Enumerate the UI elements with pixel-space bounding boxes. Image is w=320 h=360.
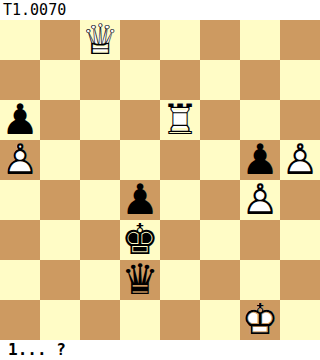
chess-puzzle-page: T1.0070 ♛♕♟♜♖♟♙♟♟♙♟♟♙♚♛♚♔ 1... ? bbox=[0, 0, 320, 360]
square-g7[interactable] bbox=[240, 60, 280, 100]
white-pawn-outline: ♙ bbox=[280, 140, 320, 180]
white-pawn-outline: ♙ bbox=[240, 180, 280, 220]
square-g8[interactable] bbox=[240, 20, 280, 60]
square-f2[interactable] bbox=[200, 260, 240, 300]
square-c7[interactable] bbox=[80, 60, 120, 100]
square-b1[interactable] bbox=[40, 300, 80, 340]
white-rook[interactable]: ♜♖ bbox=[160, 100, 200, 140]
square-g5[interactable]: ♟ bbox=[240, 140, 280, 180]
square-d1[interactable] bbox=[120, 300, 160, 340]
puzzle-id: T1.0070 bbox=[0, 0, 320, 20]
square-c5[interactable] bbox=[80, 140, 120, 180]
square-a6[interactable]: ♟ bbox=[0, 100, 40, 140]
square-h5[interactable]: ♟♙ bbox=[280, 140, 320, 180]
square-a1[interactable] bbox=[0, 300, 40, 340]
square-b4[interactable] bbox=[40, 180, 80, 220]
square-e3[interactable] bbox=[160, 220, 200, 260]
white-pawn[interactable]: ♟♙ bbox=[240, 180, 280, 220]
square-b6[interactable] bbox=[40, 100, 80, 140]
square-a4[interactable] bbox=[0, 180, 40, 220]
white-king[interactable]: ♚♔ bbox=[240, 300, 280, 340]
square-c3[interactable] bbox=[80, 220, 120, 260]
square-c4[interactable] bbox=[80, 180, 120, 220]
square-g3[interactable] bbox=[240, 220, 280, 260]
square-e4[interactable] bbox=[160, 180, 200, 220]
square-a3[interactable] bbox=[0, 220, 40, 260]
square-b5[interactable] bbox=[40, 140, 80, 180]
square-f5[interactable] bbox=[200, 140, 240, 180]
square-f7[interactable] bbox=[200, 60, 240, 100]
black-pawn[interactable]: ♟ bbox=[120, 180, 160, 220]
square-d7[interactable] bbox=[120, 60, 160, 100]
square-e1[interactable] bbox=[160, 300, 200, 340]
square-h4[interactable] bbox=[280, 180, 320, 220]
square-g2[interactable] bbox=[240, 260, 280, 300]
square-a7[interactable] bbox=[0, 60, 40, 100]
square-b3[interactable] bbox=[40, 220, 80, 260]
black-queen[interactable]: ♛ bbox=[120, 260, 160, 300]
white-pawn-outline: ♙ bbox=[0, 140, 40, 180]
white-queen[interactable]: ♛♕ bbox=[80, 20, 120, 60]
white-king-outline: ♔ bbox=[240, 300, 280, 340]
square-f4[interactable] bbox=[200, 180, 240, 220]
square-g4[interactable]: ♟♙ bbox=[240, 180, 280, 220]
white-queen-outline: ♕ bbox=[80, 20, 120, 60]
chess-board: ♛♕♟♜♖♟♙♟♟♙♟♟♙♚♛♚♔ bbox=[0, 20, 320, 340]
white-pawn[interactable]: ♟♙ bbox=[0, 140, 40, 180]
square-h2[interactable] bbox=[280, 260, 320, 300]
square-c2[interactable] bbox=[80, 260, 120, 300]
square-b2[interactable] bbox=[40, 260, 80, 300]
square-f1[interactable] bbox=[200, 300, 240, 340]
square-f3[interactable] bbox=[200, 220, 240, 260]
square-a5[interactable]: ♟♙ bbox=[0, 140, 40, 180]
square-h6[interactable] bbox=[280, 100, 320, 140]
square-f8[interactable] bbox=[200, 20, 240, 60]
white-pawn[interactable]: ♟♙ bbox=[280, 140, 320, 180]
square-e8[interactable] bbox=[160, 20, 200, 60]
square-d4[interactable]: ♟ bbox=[120, 180, 160, 220]
square-c8[interactable]: ♛♕ bbox=[80, 20, 120, 60]
square-h1[interactable] bbox=[280, 300, 320, 340]
black-pawn[interactable]: ♟ bbox=[240, 140, 280, 180]
square-b8[interactable] bbox=[40, 20, 80, 60]
square-h3[interactable] bbox=[280, 220, 320, 260]
square-h8[interactable] bbox=[280, 20, 320, 60]
square-g1[interactable]: ♚♔ bbox=[240, 300, 280, 340]
white-rook-outline: ♖ bbox=[160, 100, 200, 140]
square-e2[interactable] bbox=[160, 260, 200, 300]
square-b7[interactable] bbox=[40, 60, 80, 100]
square-g6[interactable] bbox=[240, 100, 280, 140]
square-d3[interactable]: ♚ bbox=[120, 220, 160, 260]
square-a8[interactable] bbox=[0, 20, 40, 60]
square-c1[interactable] bbox=[80, 300, 120, 340]
square-c6[interactable] bbox=[80, 100, 120, 140]
square-e6[interactable]: ♜♖ bbox=[160, 100, 200, 140]
square-h7[interactable] bbox=[280, 60, 320, 100]
square-e5[interactable] bbox=[160, 140, 200, 180]
square-e7[interactable] bbox=[160, 60, 200, 100]
black-king[interactable]: ♚ bbox=[120, 220, 160, 260]
square-f6[interactable] bbox=[200, 100, 240, 140]
square-d2[interactable]: ♛ bbox=[120, 260, 160, 300]
square-a2[interactable] bbox=[0, 260, 40, 300]
black-pawn[interactable]: ♟ bbox=[0, 100, 40, 140]
square-d6[interactable] bbox=[120, 100, 160, 140]
square-d8[interactable] bbox=[120, 20, 160, 60]
square-d5[interactable] bbox=[120, 140, 160, 180]
